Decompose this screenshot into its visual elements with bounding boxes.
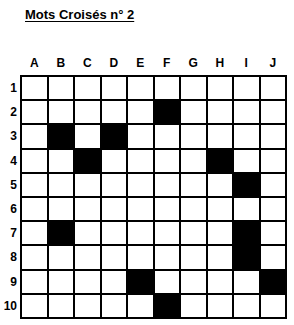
cell-G9[interactable] bbox=[181, 271, 206, 293]
cell-F5[interactable] bbox=[155, 174, 180, 196]
crossword-page: Mots Croisés n° 2 ABCDEFGHIJ 12345678910 bbox=[0, 0, 294, 325]
cell-H10[interactable] bbox=[208, 295, 233, 317]
block-cell-I7 bbox=[234, 222, 259, 244]
cell-H3[interactable] bbox=[208, 125, 233, 147]
row-label-2: 2 bbox=[0, 101, 17, 123]
block-cell-I5 bbox=[234, 174, 259, 196]
cell-H8[interactable] bbox=[208, 246, 233, 268]
cell-E8[interactable] bbox=[128, 246, 153, 268]
cell-F7[interactable] bbox=[155, 222, 180, 244]
cell-A9[interactable] bbox=[22, 271, 47, 293]
cell-J1[interactable] bbox=[261, 77, 286, 99]
cell-F8[interactable] bbox=[155, 246, 180, 268]
cell-I4[interactable] bbox=[234, 150, 259, 172]
cell-A4[interactable] bbox=[22, 150, 47, 172]
col-label-D: D bbox=[102, 54, 127, 73]
cell-B10[interactable] bbox=[49, 295, 74, 317]
cell-A7[interactable] bbox=[22, 222, 47, 244]
cell-I9[interactable] bbox=[234, 271, 259, 293]
block-cell-B3 bbox=[49, 125, 74, 147]
cell-G8[interactable] bbox=[181, 246, 206, 268]
cell-E10[interactable] bbox=[128, 295, 153, 317]
cell-H5[interactable] bbox=[208, 174, 233, 196]
cell-G4[interactable] bbox=[181, 150, 206, 172]
row-label-4: 4 bbox=[0, 150, 17, 172]
cell-I6[interactable] bbox=[234, 198, 259, 220]
cell-H9[interactable] bbox=[208, 271, 233, 293]
col-label-A: A bbox=[22, 54, 47, 73]
row-label-5: 5 bbox=[0, 174, 17, 196]
cell-D5[interactable] bbox=[102, 174, 127, 196]
cell-D10[interactable] bbox=[102, 295, 127, 317]
block-cell-I8 bbox=[234, 246, 259, 268]
cell-D9[interactable] bbox=[102, 271, 127, 293]
cell-D4[interactable] bbox=[102, 150, 127, 172]
cell-H6[interactable] bbox=[208, 198, 233, 220]
block-cell-E9 bbox=[128, 271, 153, 293]
cell-D1[interactable] bbox=[102, 77, 127, 99]
row-labels: 12345678910 bbox=[0, 77, 17, 317]
page-title: Mots Croisés n° 2 bbox=[25, 7, 134, 22]
cell-D7[interactable] bbox=[102, 222, 127, 244]
cell-B8[interactable] bbox=[49, 246, 74, 268]
cell-J8[interactable] bbox=[261, 246, 286, 268]
cell-A3[interactable] bbox=[22, 125, 47, 147]
cell-B5[interactable] bbox=[49, 174, 74, 196]
cell-E1[interactable] bbox=[128, 77, 153, 99]
cell-J4[interactable] bbox=[261, 150, 286, 172]
col-label-H: H bbox=[208, 54, 233, 73]
cell-J2[interactable] bbox=[261, 101, 286, 123]
cell-C5[interactable] bbox=[75, 174, 100, 196]
cell-G2[interactable] bbox=[181, 101, 206, 123]
block-cell-D3 bbox=[102, 125, 127, 147]
cell-J6[interactable] bbox=[261, 198, 286, 220]
cell-E2[interactable] bbox=[128, 101, 153, 123]
cell-I1[interactable] bbox=[234, 77, 259, 99]
cell-E5[interactable] bbox=[128, 174, 153, 196]
cell-J5[interactable] bbox=[261, 174, 286, 196]
cell-G5[interactable] bbox=[181, 174, 206, 196]
block-cell-C4 bbox=[75, 150, 100, 172]
col-label-B: B bbox=[49, 54, 74, 73]
col-label-E: E bbox=[128, 54, 153, 73]
cell-B6[interactable] bbox=[49, 198, 74, 220]
block-cell-F2 bbox=[155, 101, 180, 123]
crossword-board bbox=[20, 75, 287, 319]
cell-H1[interactable] bbox=[208, 77, 233, 99]
col-label-F: F bbox=[155, 54, 180, 73]
cell-G10[interactable] bbox=[181, 295, 206, 317]
cell-F4[interactable] bbox=[155, 150, 180, 172]
cell-F1[interactable] bbox=[155, 77, 180, 99]
cell-G7[interactable] bbox=[181, 222, 206, 244]
row-label-1: 1 bbox=[0, 77, 17, 99]
row-label-10: 10 bbox=[0, 295, 17, 317]
cell-D6[interactable] bbox=[102, 198, 127, 220]
cell-C3[interactable] bbox=[75, 125, 100, 147]
row-label-7: 7 bbox=[0, 222, 17, 244]
cell-F6[interactable] bbox=[155, 198, 180, 220]
cell-A10[interactable] bbox=[22, 295, 47, 317]
cell-B1[interactable] bbox=[49, 77, 74, 99]
cell-I3[interactable] bbox=[234, 125, 259, 147]
cell-A5[interactable] bbox=[22, 174, 47, 196]
cell-J3[interactable] bbox=[261, 125, 286, 147]
column-headers: ABCDEFGHIJ bbox=[22, 54, 285, 73]
cell-C10[interactable] bbox=[75, 295, 100, 317]
col-label-G: G bbox=[181, 54, 206, 73]
cell-C7[interactable] bbox=[75, 222, 100, 244]
cell-E6[interactable] bbox=[128, 198, 153, 220]
row-label-9: 9 bbox=[0, 271, 17, 293]
cell-J7[interactable] bbox=[261, 222, 286, 244]
cell-B2[interactable] bbox=[49, 101, 74, 123]
block-cell-J9 bbox=[261, 271, 286, 293]
cell-D8[interactable] bbox=[102, 246, 127, 268]
cell-G1[interactable] bbox=[181, 77, 206, 99]
cell-B9[interactable] bbox=[49, 271, 74, 293]
cell-F3[interactable] bbox=[155, 125, 180, 147]
cell-F9[interactable] bbox=[155, 271, 180, 293]
cell-A8[interactable] bbox=[22, 246, 47, 268]
cell-A2[interactable] bbox=[22, 101, 47, 123]
block-cell-F10 bbox=[155, 295, 180, 317]
cell-B4[interactable] bbox=[49, 150, 74, 172]
row-label-8: 8 bbox=[0, 246, 17, 268]
cell-J10[interactable] bbox=[261, 295, 286, 317]
cell-C9[interactable] bbox=[75, 271, 100, 293]
cell-E7[interactable] bbox=[128, 222, 153, 244]
col-label-J: J bbox=[261, 54, 286, 73]
cell-C1[interactable] bbox=[75, 77, 100, 99]
cell-G6[interactable] bbox=[181, 198, 206, 220]
cell-E3[interactable] bbox=[128, 125, 153, 147]
cell-C6[interactable] bbox=[75, 198, 100, 220]
cell-C2[interactable] bbox=[75, 101, 100, 123]
cell-D2[interactable] bbox=[102, 101, 127, 123]
block-cell-B7 bbox=[49, 222, 74, 244]
cell-I2[interactable] bbox=[234, 101, 259, 123]
col-label-C: C bbox=[75, 54, 100, 73]
block-cell-H4 bbox=[208, 150, 233, 172]
row-label-6: 6 bbox=[0, 198, 17, 220]
cell-A6[interactable] bbox=[22, 198, 47, 220]
cell-E4[interactable] bbox=[128, 150, 153, 172]
cell-A1[interactable] bbox=[22, 77, 47, 99]
col-label-I: I bbox=[234, 54, 259, 73]
cell-C8[interactable] bbox=[75, 246, 100, 268]
cell-G3[interactable] bbox=[181, 125, 206, 147]
cell-H2[interactable] bbox=[208, 101, 233, 123]
row-label-3: 3 bbox=[0, 125, 17, 147]
cell-I10[interactable] bbox=[234, 295, 259, 317]
cell-H7[interactable] bbox=[208, 222, 233, 244]
